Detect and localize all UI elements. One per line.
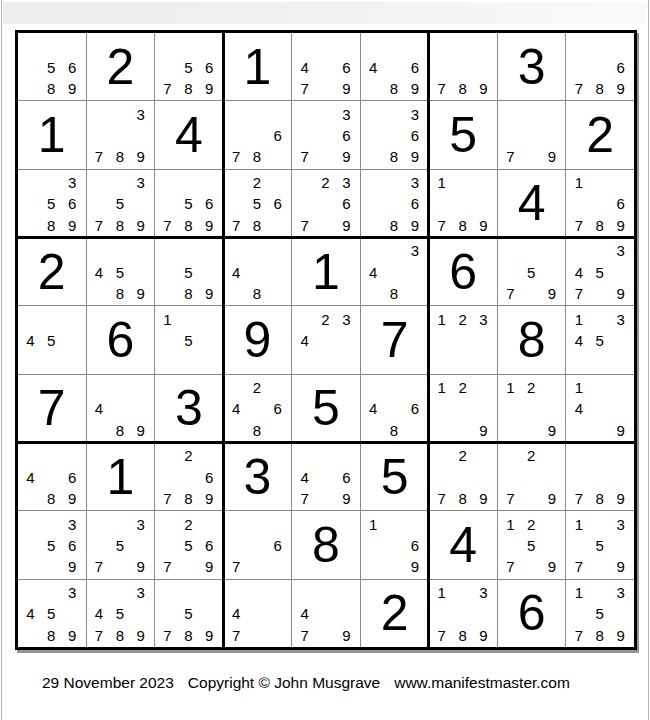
candidate-grid: 3679 xyxy=(292,101,360,168)
candidate-grid: 34589 xyxy=(18,580,86,647)
candidate-digit: 9 xyxy=(610,488,631,509)
solved-digit: 2 xyxy=(381,588,409,638)
candidate-digit: 4 xyxy=(226,603,247,624)
cell-r2c8[interactable]: 79 xyxy=(498,101,566,168)
candidate-digit: 8 xyxy=(384,78,405,99)
cell-r6c1[interactable]: 7 xyxy=(18,375,86,442)
candidate-digit: 9 xyxy=(473,420,494,441)
candidate-digit: 7 xyxy=(89,625,110,646)
candidate-digit: 9 xyxy=(542,146,563,167)
footer-date: 29 November 2023 xyxy=(42,674,174,692)
cell-r9c9[interactable]: 135789 xyxy=(566,580,634,647)
cell-r2c7[interactable]: 5 xyxy=(429,101,497,168)
cell-r1c7[interactable]: 789 xyxy=(429,33,497,100)
candidate-digit: 3 xyxy=(62,172,83,193)
candidate-digit: 3 xyxy=(130,582,151,603)
solved-digit: 6 xyxy=(518,588,546,638)
cell-r6c9[interactable]: 149 xyxy=(566,375,634,442)
solved-digit: 7 xyxy=(38,383,66,433)
candidate-digit: 9 xyxy=(62,625,83,646)
candidate-digit: 7 xyxy=(500,488,521,509)
cell-r5c3[interactable]: 15 xyxy=(155,306,223,373)
candidate-digit: 7 xyxy=(431,215,452,236)
solved-digit: 3 xyxy=(244,452,272,502)
candidate-digit: 1 xyxy=(500,377,521,398)
cell-r4c3[interactable]: 589 xyxy=(155,238,223,305)
cell-r6c4[interactable]: 2468 xyxy=(224,375,292,442)
candidate-digit: 2 xyxy=(247,172,268,193)
box-divider-horizontal-2 xyxy=(18,441,634,444)
cell-r5c7[interactable]: 123 xyxy=(429,306,497,373)
cell-r4c8[interactable]: 579 xyxy=(498,238,566,305)
candidate-grid: 4689 xyxy=(361,33,429,100)
candidate-digit: 3 xyxy=(610,240,631,261)
cell-r3c8[interactable]: 4 xyxy=(498,170,566,237)
solved-digit: 6 xyxy=(106,315,134,365)
cell-r2c5[interactable]: 3679 xyxy=(292,101,360,168)
candidate-digit: 2 xyxy=(521,377,542,398)
candidate-digit: 9 xyxy=(542,420,563,441)
candidate-digit: 8 xyxy=(589,78,610,99)
candidate-digit: 4 xyxy=(89,603,110,624)
candidate-digit: 5 xyxy=(109,603,130,624)
candidate-digit: 6 xyxy=(404,535,425,556)
candidate-digit: 2 xyxy=(452,445,473,466)
candidate-digit: 1 xyxy=(568,513,589,534)
candidate-digit: 3 xyxy=(62,582,83,603)
candidate-grid: 345789 xyxy=(87,580,155,647)
candidate-digit: 2 xyxy=(521,445,542,466)
candidate-digit: 1 xyxy=(431,582,452,603)
candidate-digit: 8 xyxy=(109,146,130,167)
candidate-digit: 7 xyxy=(500,556,521,577)
candidate-grid: 129 xyxy=(429,375,497,442)
cell-r6c7[interactable]: 129 xyxy=(429,375,497,442)
candidate-grid: 579 xyxy=(498,238,566,305)
candidate-grid: 79 xyxy=(498,101,566,168)
cell-r9c4[interactable]: 47 xyxy=(224,580,292,647)
cell-r5c9[interactable]: 1345 xyxy=(566,306,634,373)
candidate-digit: 4 xyxy=(568,261,589,282)
cell-r9c6[interactable]: 2 xyxy=(361,580,429,647)
candidate-digit: 7 xyxy=(568,556,589,577)
cell-r9c3[interactable]: 5789 xyxy=(155,580,223,647)
cell-r7c1[interactable]: 4689 xyxy=(18,443,86,510)
candidate-grid: 13789 xyxy=(429,580,497,647)
candidate-digit: 2 xyxy=(247,377,268,398)
cell-r2c6[interactable]: 3689 xyxy=(361,101,429,168)
candidate-digit: 4 xyxy=(363,261,384,282)
candidate-grid: 169 xyxy=(361,511,429,578)
candidate-digit: 4 xyxy=(20,466,41,487)
candidate-digit: 9 xyxy=(62,556,83,577)
candidate-digit: 9 xyxy=(542,488,563,509)
cell-r7c6[interactable]: 5 xyxy=(361,443,429,510)
cell-r1c4[interactable]: 1 xyxy=(224,33,292,100)
candidate-digit: 1 xyxy=(568,582,589,603)
solved-digit: 8 xyxy=(312,520,340,570)
candidate-digit: 8 xyxy=(41,625,62,646)
footer-website: www.manifestmaster.com xyxy=(394,674,570,692)
candidate-digit: 5 xyxy=(589,261,610,282)
candidate-digit: 5 xyxy=(521,261,542,282)
candidate-digit: 9 xyxy=(130,420,151,441)
candidate-grid: 16789 xyxy=(566,170,634,237)
candidate-digit: 7 xyxy=(157,215,178,236)
solved-digit: 9 xyxy=(244,315,272,365)
candidate-digit: 7 xyxy=(89,556,110,577)
candidate-digit: 5 xyxy=(178,193,199,214)
sudoku-board[interactable]: 5689256789146794689789367891378946783679… xyxy=(15,30,637,650)
cell-r4c5[interactable]: 1 xyxy=(292,238,360,305)
box-divider-vertical-1 xyxy=(222,33,225,647)
candidate-digit: 1 xyxy=(500,513,521,534)
candidate-digit: 3 xyxy=(610,308,631,329)
cell-r5c4[interactable]: 9 xyxy=(224,306,292,373)
cell-r7c5[interactable]: 4679 xyxy=(292,443,360,510)
candidate-digit: 8 xyxy=(452,215,473,236)
solved-digit: 6 xyxy=(449,247,477,297)
cell-r8c5[interactable]: 8 xyxy=(292,511,360,578)
solved-digit: 1 xyxy=(312,247,340,297)
candidate-digit: 8 xyxy=(384,420,405,441)
candidate-digit: 4 xyxy=(294,56,315,77)
candidate-digit: 6 xyxy=(199,466,220,487)
cell-r8c3[interactable]: 25679 xyxy=(155,511,223,578)
candidate-digit: 6 xyxy=(199,535,220,556)
cell-r2c4[interactable]: 678 xyxy=(224,101,292,168)
cell-r4c9[interactable]: 34579 xyxy=(566,238,634,305)
cell-r3c7[interactable]: 1789 xyxy=(429,170,497,237)
candidate-digit: 3 xyxy=(336,172,357,193)
candidate-digit: 4 xyxy=(226,398,247,419)
cell-r2c1[interactable]: 1 xyxy=(18,101,86,168)
candidate-digit: 7 xyxy=(157,78,178,99)
candidate-digit: 9 xyxy=(62,215,83,236)
candidate-digit: 7 xyxy=(226,625,247,646)
candidate-digit: 3 xyxy=(404,172,425,193)
cell-r4c2[interactable]: 4589 xyxy=(87,238,155,305)
candidate-grid: 2468 xyxy=(224,375,292,442)
cell-r1c3[interactable]: 56789 xyxy=(155,33,223,100)
cell-r1c1[interactable]: 5689 xyxy=(18,33,86,100)
candidate-grid: 47 xyxy=(224,580,292,647)
candidate-digit: 8 xyxy=(589,488,610,509)
box-divider-vertical-2 xyxy=(427,33,430,647)
cell-r9c2[interactable]: 345789 xyxy=(87,580,155,647)
cell-r6c2[interactable]: 489 xyxy=(87,375,155,442)
cell-r1c6[interactable]: 4689 xyxy=(361,33,429,100)
candidate-digit: 9 xyxy=(199,488,220,509)
cell-r7c8[interactable]: 279 xyxy=(498,443,566,510)
candidate-digit: 7 xyxy=(568,625,589,646)
candidate-grid: 789 xyxy=(429,33,497,100)
cell-r7c9[interactable]: 789 xyxy=(566,443,634,510)
candidate-digit: 2 xyxy=(452,308,473,329)
candidate-digit: 8 xyxy=(178,625,199,646)
cell-r8c7[interactable]: 4 xyxy=(429,511,497,578)
candidate-grid: 4689 xyxy=(18,443,86,510)
candidate-digit: 1 xyxy=(431,172,452,193)
cell-r1c8[interactable]: 3 xyxy=(498,33,566,100)
candidate-digit: 8 xyxy=(384,146,405,167)
candidate-digit: 9 xyxy=(336,625,357,646)
candidate-digit: 9 xyxy=(473,625,494,646)
candidate-digit: 5 xyxy=(41,56,62,77)
candidate-digit: 5 xyxy=(178,56,199,77)
candidate-grid: 6789 xyxy=(566,33,634,100)
cell-r4c7[interactable]: 6 xyxy=(429,238,497,305)
candidate-digit: 5 xyxy=(109,535,130,556)
solved-digit: 1 xyxy=(38,110,66,160)
candidate-grid: 12579 xyxy=(498,511,566,578)
candidate-digit: 7 xyxy=(431,78,452,99)
candidate-digit: 8 xyxy=(109,215,130,236)
candidate-digit: 6 xyxy=(62,466,83,487)
candidate-grid: 4679 xyxy=(292,443,360,510)
solved-digit: 2 xyxy=(106,42,134,92)
candidate-digit: 7 xyxy=(294,215,315,236)
candidate-digit: 5 xyxy=(589,603,610,624)
page-background: 5689256789146794689789367891378946783679… xyxy=(1,0,649,720)
candidate-grid: 1345 xyxy=(566,306,634,373)
solved-digit: 5 xyxy=(449,110,477,160)
candidate-grid: 3689 xyxy=(361,101,429,168)
candidate-digit: 5 xyxy=(41,535,62,556)
candidate-grid: 13579 xyxy=(566,511,634,578)
candidate-digit: 9 xyxy=(404,215,425,236)
cell-r2c2[interactable]: 3789 xyxy=(87,101,155,168)
candidate-digit: 3 xyxy=(473,308,494,329)
cell-r7c4[interactable]: 3 xyxy=(224,443,292,510)
candidate-digit: 6 xyxy=(336,125,357,146)
cell-r3c3[interactable]: 56789 xyxy=(155,170,223,237)
candidate-grid: 15 xyxy=(155,306,223,373)
cell-r8c8[interactable]: 12579 xyxy=(498,511,566,578)
candidate-digit: 8 xyxy=(452,625,473,646)
candidate-digit: 5 xyxy=(589,535,610,556)
candidate-digit: 6 xyxy=(267,125,288,146)
candidate-digit: 8 xyxy=(384,283,405,304)
cell-r5c8[interactable]: 8 xyxy=(498,306,566,373)
cell-r9c8[interactable]: 6 xyxy=(498,580,566,647)
candidate-grid: 48 xyxy=(224,238,292,305)
candidate-grid: 489 xyxy=(87,375,155,442)
candidate-digit: 6 xyxy=(199,56,220,77)
candidate-digit: 9 xyxy=(610,283,631,304)
candidate-digit: 3 xyxy=(130,513,151,534)
candidate-digit: 6 xyxy=(610,193,631,214)
candidate-digit: 8 xyxy=(452,78,473,99)
cell-r1c9[interactable]: 6789 xyxy=(566,33,634,100)
cell-r5c5[interactable]: 234 xyxy=(292,306,360,373)
candidate-grid: 67 xyxy=(224,511,292,578)
candidate-digit: 4 xyxy=(363,56,384,77)
cell-r4c4[interactable]: 48 xyxy=(224,238,292,305)
candidate-digit: 2 xyxy=(178,513,199,534)
cell-r8c2[interactable]: 3579 xyxy=(87,511,155,578)
candidate-digit: 8 xyxy=(247,146,268,167)
candidate-grid: 479 xyxy=(292,580,360,647)
candidate-digit: 5 xyxy=(41,603,62,624)
candidate-grid: 468 xyxy=(361,375,429,442)
cell-r3c1[interactable]: 35689 xyxy=(18,170,86,237)
candidate-digit: 3 xyxy=(130,103,151,124)
candidate-digit: 9 xyxy=(62,78,83,99)
cell-r1c2[interactable]: 2 xyxy=(87,33,155,100)
cell-r4c1[interactable]: 2 xyxy=(18,238,86,305)
cell-r3c5[interactable]: 23679 xyxy=(292,170,360,237)
cell-r7c7[interactable]: 2789 xyxy=(429,443,497,510)
candidate-digit: 1 xyxy=(568,308,589,329)
solved-digit: 2 xyxy=(586,110,614,160)
solved-digit: 4 xyxy=(449,520,477,570)
candidate-digit: 7 xyxy=(431,488,452,509)
candidate-grid: 129 xyxy=(498,375,566,442)
candidate-digit: 9 xyxy=(404,78,425,99)
candidate-digit: 4 xyxy=(226,261,247,282)
candidate-digit: 5 xyxy=(589,330,610,351)
candidate-digit: 7 xyxy=(226,215,247,236)
candidate-digit: 8 xyxy=(178,488,199,509)
cell-r4c6[interactable]: 348 xyxy=(361,238,429,305)
candidate-digit: 9 xyxy=(610,625,631,646)
candidate-grid: 56789 xyxy=(155,170,223,237)
cell-r6c6[interactable]: 468 xyxy=(361,375,429,442)
candidate-grid: 3689 xyxy=(361,170,429,237)
candidate-digit: 9 xyxy=(542,283,563,304)
cell-r9c1[interactable]: 34589 xyxy=(18,580,86,647)
candidate-digit: 7 xyxy=(157,625,178,646)
candidate-digit: 9 xyxy=(336,215,357,236)
cell-r1c5[interactable]: 4679 xyxy=(292,33,360,100)
candidate-digit: 2 xyxy=(315,172,336,193)
candidate-grid: 279 xyxy=(498,443,566,510)
cell-r5c6[interactable]: 7 xyxy=(361,306,429,373)
cell-r3c2[interactable]: 35789 xyxy=(87,170,155,237)
cell-r7c3[interactable]: 26789 xyxy=(155,443,223,510)
candidate-digit: 6 xyxy=(62,193,83,214)
candidate-digit: 8 xyxy=(247,283,268,304)
candidate-digit: 9 xyxy=(610,420,631,441)
cell-r5c2[interactable]: 6 xyxy=(87,306,155,373)
candidate-digit: 7 xyxy=(568,488,589,509)
candidate-digit: 8 xyxy=(41,78,62,99)
candidate-digit: 9 xyxy=(130,625,151,646)
candidate-digit: 9 xyxy=(62,488,83,509)
candidate-grid: 4679 xyxy=(292,33,360,100)
candidate-digit: 6 xyxy=(267,398,288,419)
candidate-digit: 8 xyxy=(384,215,405,236)
candidate-digit: 7 xyxy=(431,625,452,646)
candidate-grid: 3789 xyxy=(87,101,155,168)
cell-r5c1[interactable]: 45 xyxy=(18,306,86,373)
cell-r6c3[interactable]: 3 xyxy=(155,375,223,442)
candidate-grid: 789 xyxy=(566,443,634,510)
candidate-grid: 3569 xyxy=(18,511,86,578)
candidate-digit: 9 xyxy=(404,146,425,167)
cell-r9c5[interactable]: 479 xyxy=(292,580,360,647)
candidate-digit: 7 xyxy=(89,215,110,236)
solved-digit: 3 xyxy=(518,42,546,92)
cell-r9c7[interactable]: 13789 xyxy=(429,580,497,647)
candidate-digit: 9 xyxy=(336,488,357,509)
candidate-digit: 6 xyxy=(267,193,288,214)
cell-r6c8[interactable]: 129 xyxy=(498,375,566,442)
candidate-digit: 7 xyxy=(568,215,589,236)
candidate-digit: 8 xyxy=(41,488,62,509)
solved-digit: 5 xyxy=(381,452,409,502)
candidate-digit: 3 xyxy=(130,172,151,193)
candidate-grid: 348 xyxy=(361,238,429,305)
candidate-digit: 6 xyxy=(336,193,357,214)
candidate-grid: 35689 xyxy=(18,170,86,237)
cell-r3c4[interactable]: 25678 xyxy=(224,170,292,237)
candidate-digit: 2 xyxy=(452,377,473,398)
candidate-digit: 8 xyxy=(178,215,199,236)
candidate-digit: 5 xyxy=(178,603,199,624)
candidate-grid: 2789 xyxy=(429,443,497,510)
candidate-digit: 7 xyxy=(89,146,110,167)
candidate-grid: 1789 xyxy=(429,170,497,237)
candidate-digit: 8 xyxy=(589,625,610,646)
cell-r6c5[interactable]: 5 xyxy=(292,375,360,442)
candidate-digit: 7 xyxy=(568,78,589,99)
candidate-grid: 45 xyxy=(18,306,86,373)
candidate-digit: 9 xyxy=(130,146,151,167)
cell-r2c3[interactable]: 4 xyxy=(155,101,223,168)
candidate-digit: 7 xyxy=(294,146,315,167)
candidate-digit: 8 xyxy=(178,78,199,99)
candidate-digit: 5 xyxy=(247,193,268,214)
cell-r8c9[interactable]: 13579 xyxy=(566,511,634,578)
solved-digit: 1 xyxy=(244,42,272,92)
candidate-digit: 9 xyxy=(130,283,151,304)
cell-r7c2[interactable]: 1 xyxy=(87,443,155,510)
cell-r3c9[interactable]: 16789 xyxy=(566,170,634,237)
candidate-digit: 8 xyxy=(109,420,130,441)
candidate-digit: 6 xyxy=(336,466,357,487)
candidate-digit: 7 xyxy=(294,625,315,646)
cell-r8c4[interactable]: 67 xyxy=(224,511,292,578)
cell-r8c1[interactable]: 3569 xyxy=(18,511,86,578)
candidate-digit: 4 xyxy=(89,261,110,282)
cell-r8c6[interactable]: 169 xyxy=(361,511,429,578)
candidate-digit: 8 xyxy=(589,215,610,236)
candidate-digit: 7 xyxy=(157,556,178,577)
candidate-digit: 5 xyxy=(109,261,130,282)
cell-r2c9[interactable]: 2 xyxy=(566,101,634,168)
candidate-digit: 9 xyxy=(336,146,357,167)
candidate-digit: 9 xyxy=(542,556,563,577)
candidate-digit: 1 xyxy=(431,308,452,329)
candidate-digit: 5 xyxy=(178,330,199,351)
candidate-digit: 6 xyxy=(62,535,83,556)
candidate-grid: 25678 xyxy=(224,170,292,237)
candidate-digit: 6 xyxy=(610,56,631,77)
candidate-digit: 1 xyxy=(157,308,178,329)
candidate-digit: 2 xyxy=(178,445,199,466)
candidate-digit: 8 xyxy=(178,283,199,304)
candidate-digit: 7 xyxy=(226,556,247,577)
candidate-digit: 3 xyxy=(404,240,425,261)
solved-digit: 1 xyxy=(106,452,134,502)
candidate-digit: 3 xyxy=(336,308,357,329)
page-top-band xyxy=(3,2,647,24)
candidate-digit: 3 xyxy=(473,582,494,603)
cell-r3c6[interactable]: 3689 xyxy=(361,170,429,237)
solved-digit: 8 xyxy=(518,315,546,365)
